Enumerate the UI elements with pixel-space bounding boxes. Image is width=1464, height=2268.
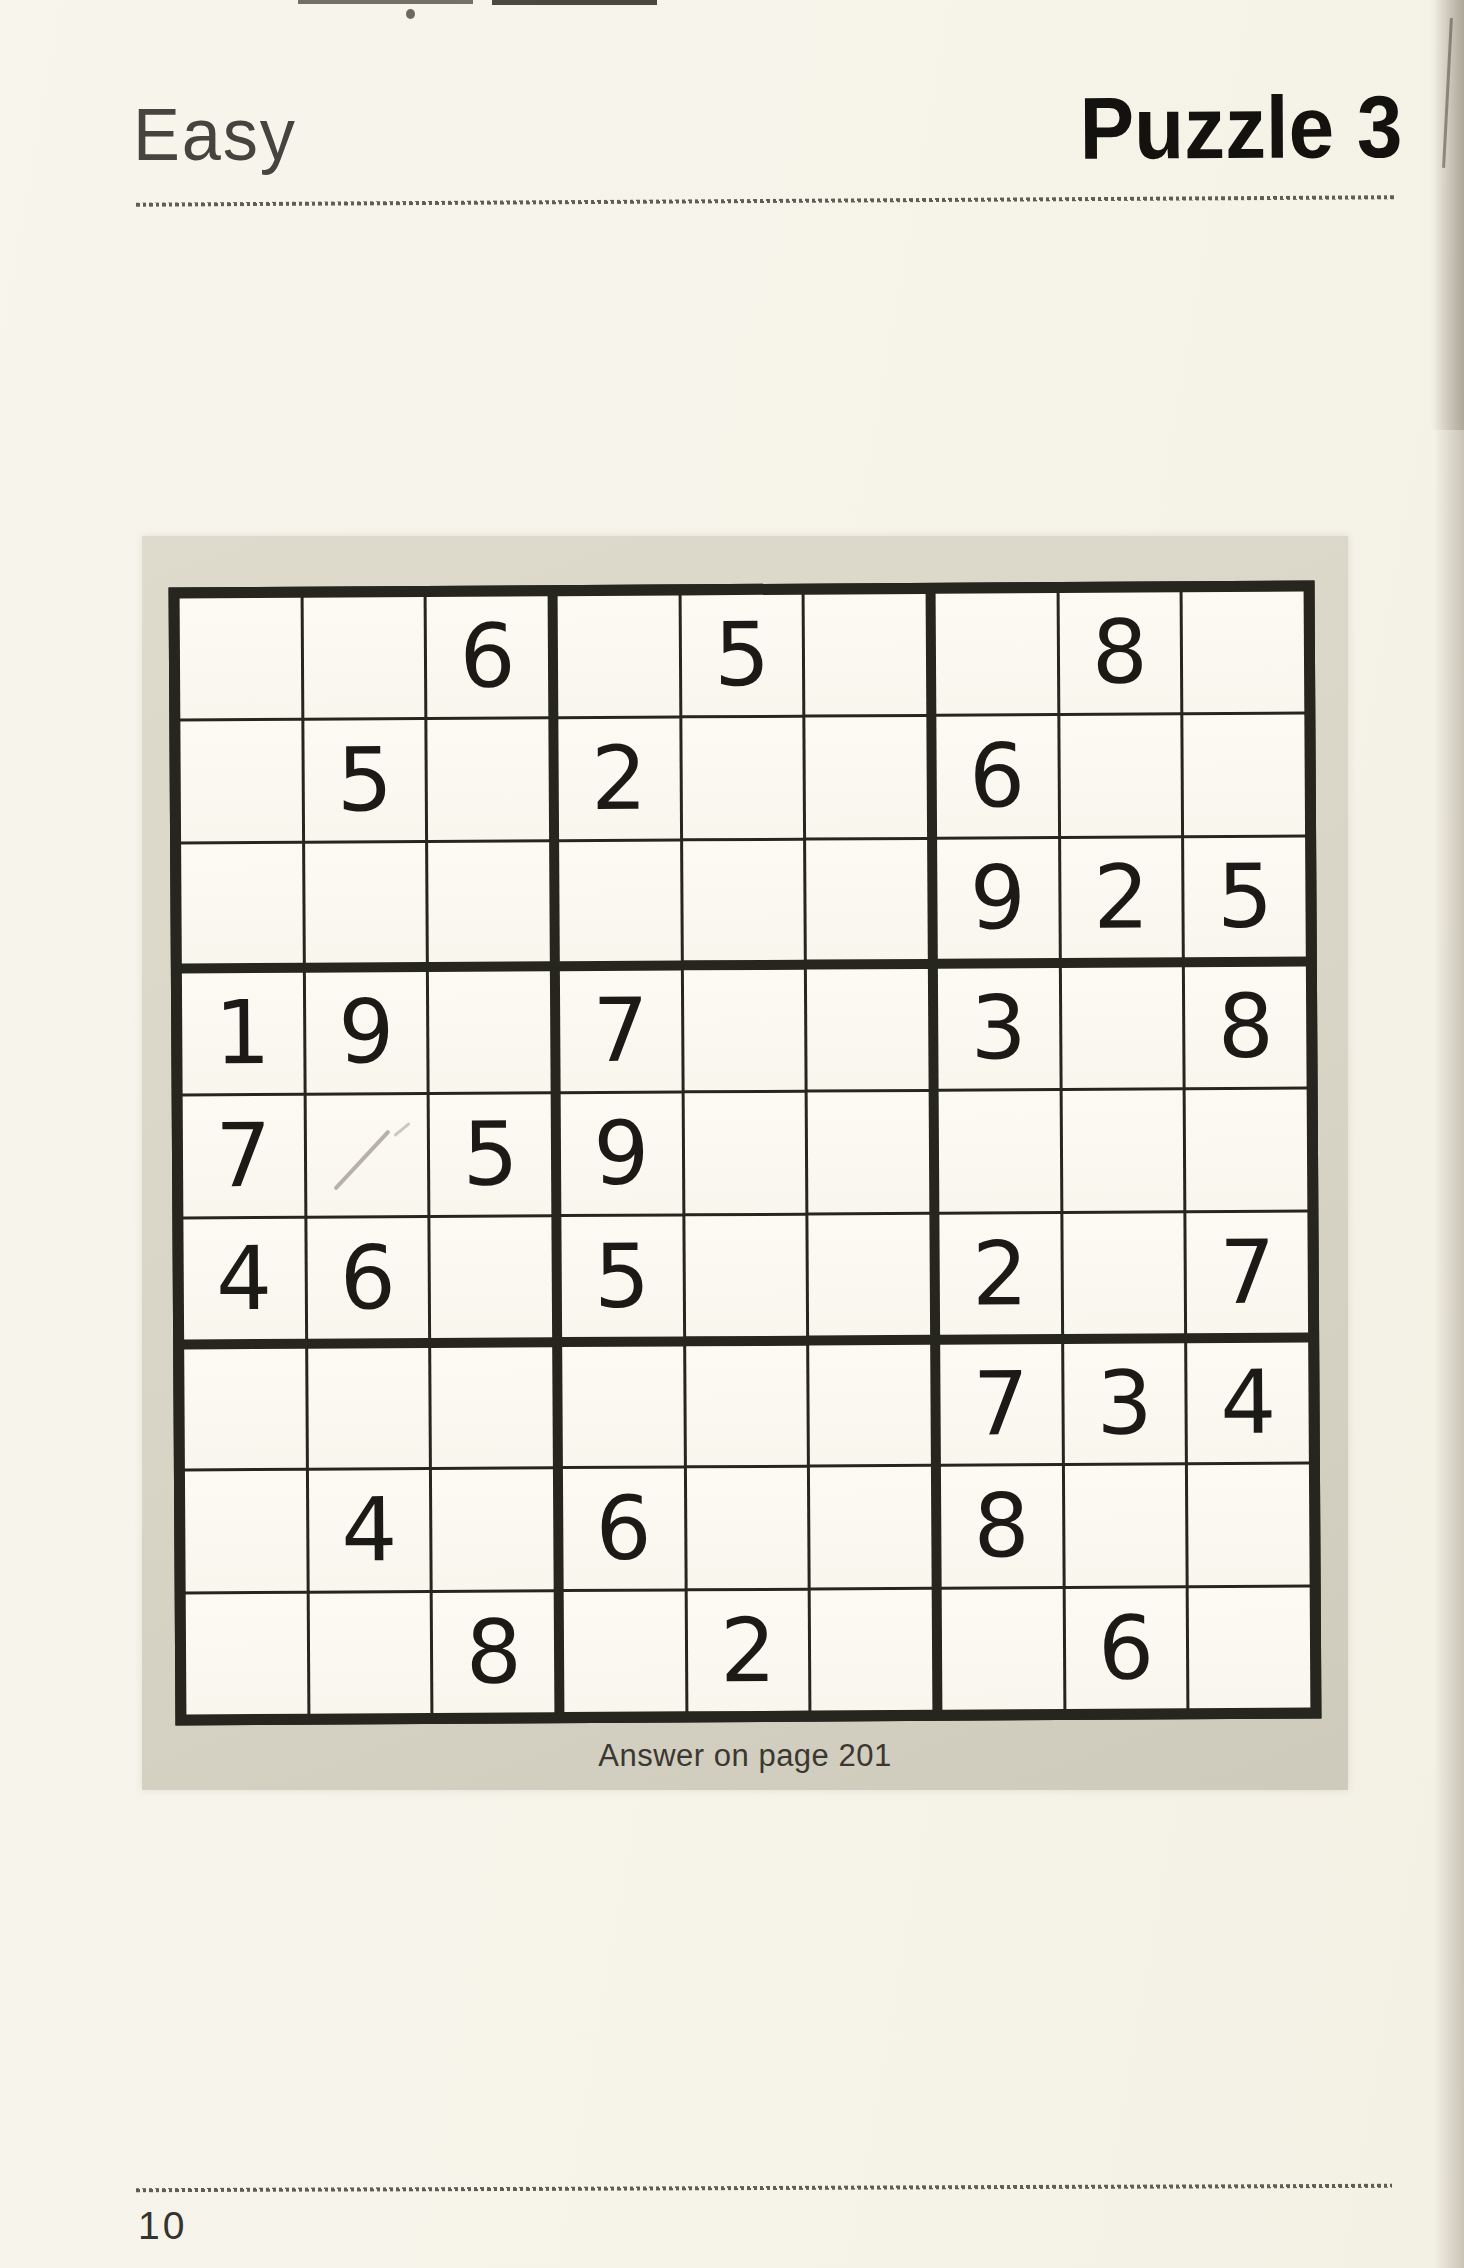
sudoku-board-panel: 6552869251975467953827486273486 Answer o… [142, 536, 1348, 1790]
cell-r8c4: 6 [563, 1469, 684, 1590]
cell-r9c6 [811, 1590, 932, 1711]
sudoku-box-8: 62 [562, 1345, 932, 1713]
cell-r8c9 [1188, 1465, 1309, 1586]
cell-r7c9: 4 [1187, 1342, 1308, 1463]
cell-r4c7: 3 [938, 968, 1059, 1089]
cell-r6c6 [809, 1215, 930, 1336]
puzzle-title: Puzzle 3 [1079, 76, 1402, 180]
board-caption: Answer on page 201 [142, 1738, 1348, 1774]
cell-r7c3 [432, 1347, 553, 1468]
cell-r2c7: 6 [936, 716, 1057, 837]
cell-r8c6 [810, 1467, 931, 1588]
cell-r1c3: 6 [427, 596, 548, 717]
scan-artifact-dot [406, 9, 415, 19]
cell-r5c5 [684, 1093, 805, 1214]
cell-r4c8 [1062, 968, 1183, 1089]
cell-r5c1: 7 [183, 1096, 304, 1217]
cell-r8c2: 4 [309, 1470, 430, 1591]
scan-artifact-top-right [492, 0, 657, 5]
cell-r1c1 [180, 598, 301, 719]
cell-r3c2 [305, 842, 426, 963]
cell-r7c6 [810, 1345, 931, 1466]
cell-r2c5 [682, 717, 803, 838]
page-number: 10 [138, 2204, 187, 2248]
cell-r3c5 [683, 840, 804, 961]
cell-r5c7 [939, 1091, 1060, 1212]
cell-r3c7: 9 [937, 839, 1058, 960]
cell-r2c4: 2 [558, 718, 679, 839]
sudoku-box-3: 86925 [936, 592, 1306, 960]
sudoku-box-2: 52 [558, 594, 928, 962]
difficulty-label: Easy [133, 92, 297, 177]
footer-rule [136, 2184, 1392, 2192]
cell-r3c8: 2 [1061, 838, 1182, 959]
cell-r2c6 [806, 717, 927, 838]
scanned-puzzle-page: { "game": "sudoku", "position": "..6.5..… [0, 0, 1464, 2268]
cell-r6c2: 6 [307, 1218, 428, 1339]
cell-r5c4: 9 [561, 1093, 682, 1214]
cell-r9c3: 8 [433, 1592, 554, 1713]
cell-r4c5 [684, 970, 805, 1091]
cell-r7c2 [308, 1348, 429, 1469]
cell-r8c8 [1065, 1466, 1186, 1587]
cell-r4c9: 8 [1185, 967, 1306, 1088]
cell-r1c9 [1183, 592, 1304, 713]
cell-r1c4 [558, 595, 679, 716]
cell-r3c4 [559, 841, 680, 962]
sudoku-grid: 6552869251975467953827486273486 [169, 581, 1322, 1726]
sudoku-box-9: 73486 [940, 1342, 1310, 1710]
cell-r8c1 [185, 1471, 306, 1592]
sudoku-box-6: 3827 [938, 967, 1308, 1335]
cell-r4c1: 1 [182, 973, 303, 1094]
cell-r7c7: 7 [940, 1344, 1061, 1465]
cell-r9c1 [186, 1594, 307, 1715]
sudoku-box-5: 795 [560, 969, 930, 1337]
cell-r2c3 [428, 719, 549, 840]
cell-r9c9 [1189, 1588, 1310, 1709]
cell-r1c2 [303, 597, 424, 718]
cell-r1c8: 8 [1059, 592, 1180, 713]
cell-r6c7: 2 [939, 1214, 1060, 1335]
cell-r5c3: 5 [430, 1094, 551, 1215]
cell-r8c3 [432, 1470, 553, 1591]
header-rule [136, 195, 1394, 207]
cell-r3c6 [806, 839, 927, 960]
cell-r3c3 [428, 842, 549, 963]
cell-r4c2: 9 [306, 972, 427, 1093]
cell-r6c8 [1063, 1213, 1184, 1334]
cell-r9c4 [564, 1592, 685, 1713]
cell-r1c5: 5 [681, 595, 802, 716]
cell-r5c6 [808, 1092, 929, 1213]
cell-r6c3 [431, 1217, 552, 1338]
cell-r7c1 [184, 1348, 305, 1469]
cell-r2c9 [1184, 714, 1305, 835]
cell-r1c7 [936, 593, 1057, 714]
cell-r4c6 [807, 969, 928, 1090]
cell-r1c6 [805, 594, 926, 715]
cell-r8c5 [687, 1468, 808, 1589]
cell-r5c8 [1062, 1090, 1183, 1211]
cell-r6c4: 5 [561, 1216, 682, 1337]
cell-r6c5 [685, 1216, 806, 1337]
cell-r6c1: 4 [183, 1219, 304, 1340]
cell-r9c2 [309, 1593, 430, 1714]
cell-r5c9 [1186, 1090, 1307, 1211]
cell-r8c7: 8 [941, 1467, 1062, 1588]
cell-r2c8 [1060, 715, 1181, 836]
cell-r9c8: 6 [1065, 1589, 1186, 1710]
cell-r7c8: 3 [1064, 1343, 1185, 1464]
cell-r3c9: 5 [1184, 837, 1305, 958]
cell-r2c1 [180, 720, 301, 841]
scan-artifact-top-left [298, 0, 473, 4]
cell-r7c5 [686, 1345, 807, 1466]
cell-r4c3 [429, 972, 550, 1093]
cell-r9c7 [942, 1589, 1063, 1710]
sudoku-box-1: 65 [180, 596, 550, 964]
cell-r3c1 [181, 843, 302, 964]
cell-r4c4: 7 [560, 971, 681, 1092]
cell-r7c4 [562, 1346, 683, 1467]
cell-r9c5: 2 [687, 1591, 808, 1712]
sudoku-box-7: 48 [184, 1347, 554, 1715]
cell-r2c2: 5 [304, 720, 425, 841]
cell-r6c9: 7 [1187, 1212, 1308, 1333]
